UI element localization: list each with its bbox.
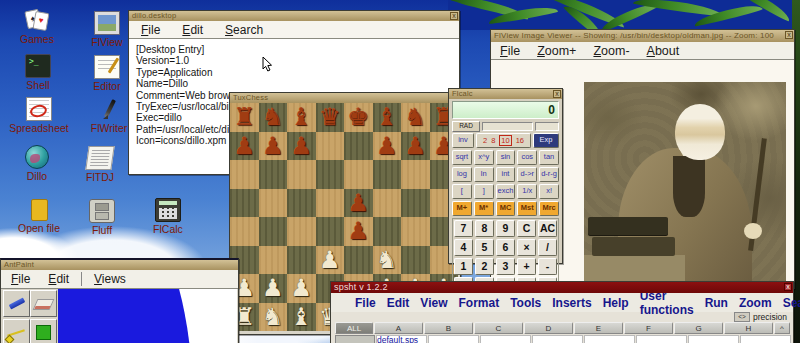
desktop-icon-shell[interactable]: Shell [6, 54, 70, 91]
column-header-d[interactable]: D [524, 322, 573, 334]
calc-radix-selector[interactable]: 281016 [476, 133, 531, 148]
close-icon[interactable]: x [450, 12, 458, 20]
pencil-tool-icon[interactable] [3, 290, 30, 317]
square-g8[interactable]: ♞ [401, 103, 430, 132]
calc-key-m[interactable]: M+ [452, 201, 472, 216]
desktop: Games FlView Shell Editor Spreadsheet Fl… [0, 0, 800, 343]
editor-menubar: FileEditSearch [129, 21, 459, 39]
eraser-tool-icon[interactable] [30, 290, 57, 317]
photo-head [675, 104, 726, 160]
viewer-menubar: FileZoom+Zoom-About [491, 42, 794, 60]
calc-key-sym[interactable]: + [517, 258, 536, 275]
close-icon[interactable]: x [785, 31, 793, 39]
calc-key-7[interactable]: 7 [454, 220, 473, 237]
calc-fn-row-3: []exch1/xx! [452, 184, 559, 199]
calc-key-sym[interactable]: × [517, 239, 536, 256]
square-d7[interactable] [316, 132, 345, 161]
calc-key-int[interactable]: int [496, 167, 516, 182]
square-g7[interactable]: ♟ [401, 132, 430, 161]
calc-key-tan[interactable]: tan [539, 150, 559, 165]
menu-help[interactable]: Help [603, 296, 629, 310]
square-a6[interactable] [230, 160, 259, 189]
icon-label: FlCalc [136, 223, 200, 235]
desktop-icon-flcalc[interactable]: FlCalc [136, 198, 200, 235]
black-rook: ♜ [230, 103, 259, 132]
calc-fn-row-2: loglnintd->rd-r-g [452, 167, 559, 182]
white-pawn: ♟ [287, 274, 316, 303]
calc-key-dr[interactable]: d->r [517, 167, 537, 182]
sheet-toolbar: <> precision [331, 312, 793, 322]
menu-search[interactable]: Search [783, 296, 800, 310]
calculator-window: Flcalc x 0 RAD inv 281016 Exp sqrtx^ysin… [448, 88, 563, 264]
square-f3[interactable]: ♞ [373, 246, 402, 275]
paint-menubar: File Edit Views [1, 270, 238, 289]
desktop-icon-fltdj[interactable]: FlTDJ [68, 146, 132, 183]
editor-titlebar[interactable]: dillo.desktop x [129, 11, 459, 21]
chess-titlebar[interactable]: TuxChess [230, 93, 460, 103]
calc-key-5[interactable]: 5 [475, 239, 494, 256]
menu-file[interactable]: File [355, 296, 376, 310]
square-b4[interactable] [259, 217, 288, 246]
column-header-e[interactable]: E [574, 322, 623, 334]
calc-indicator-strip2 [535, 122, 559, 131]
square-b2[interactable]: ♟ [259, 274, 288, 303]
square-d4[interactable] [316, 217, 345, 246]
square-d3[interactable]: ♟ [316, 246, 345, 275]
paint-canvas[interactable] [58, 289, 237, 343]
column-header-f[interactable]: F [624, 322, 673, 334]
precision-spinner[interactable]: <> [734, 312, 750, 322]
column-header-a[interactable]: A [374, 322, 423, 334]
white-bishop: ♝ [287, 303, 316, 332]
calculator-icon [155, 198, 181, 222]
file-icon [31, 199, 48, 221]
sheet-titlebar[interactable]: spsht v 1.2.2 x [331, 282, 793, 293]
white-pawn: ♟ [316, 246, 345, 275]
menu-view[interactable]: View [420, 296, 447, 310]
newspaper-icon [85, 146, 114, 170]
icon-label: Open file [7, 222, 71, 234]
calc-key-exp[interactable]: Exp [533, 133, 559, 148]
desktop-icon-dillo[interactable]: Dillo [5, 145, 69, 182]
calc-key-mrc[interactable]: Mrc [539, 201, 559, 216]
square-g5[interactable] [401, 189, 430, 218]
mouse-cursor [262, 57, 275, 73]
menu-edit[interactable]: Edit [387, 296, 410, 310]
radix-10[interactable]: 10 [499, 135, 511, 146]
square-f7[interactable]: ♟ [373, 132, 402, 161]
calc-display: 0 [452, 101, 559, 119]
radix-16[interactable]: 16 [516, 136, 524, 145]
black-queen: ♛ [316, 103, 345, 132]
column-header-b[interactable]: B [424, 322, 473, 334]
playing-cards-icon [25, 10, 49, 32]
precision-label: precision [753, 312, 787, 322]
viewer-title: FlView Image Viewer -- Showing: /usr/bin… [494, 31, 774, 40]
desktop-icon-open-file[interactable]: Open file [7, 198, 71, 234]
column-header-all[interactable]: ALL [335, 322, 373, 334]
menu-format[interactable]: Format [458, 296, 499, 310]
square-b3[interactable] [259, 246, 288, 275]
black-pawn: ♟ [401, 132, 430, 161]
square-c8[interactable]: ♝ [287, 103, 316, 132]
black-bishop: ♝ [287, 103, 316, 132]
radix-2[interactable]: 2 [483, 136, 487, 145]
calc-key-9[interactable]: 9 [496, 220, 515, 237]
menu-tools[interactable]: Tools [510, 296, 541, 310]
photo-vest [673, 156, 705, 216]
calc-title: Flcalc [452, 89, 473, 98]
square-d8[interactable]: ♛ [316, 103, 345, 132]
calc-key-log[interactable]: log [452, 167, 472, 182]
menu-views[interactable]: Views [94, 272, 126, 286]
black-pawn: ♟ [287, 132, 316, 161]
calc-key-1x[interactable]: 1/x [517, 184, 537, 199]
photo-books [588, 217, 675, 259]
square-d6[interactable] [316, 160, 345, 189]
sheet-title: spsht v 1.2.2 [334, 282, 388, 292]
menu-edit[interactable]: Edit [182, 23, 203, 37]
black-knight: ♞ [401, 103, 430, 132]
calc-key-3[interactable]: 3 [496, 258, 515, 275]
square-a5[interactable] [230, 189, 259, 218]
spreadsheet-window: spsht v 1.2.2 x FileEditViewFormatToolsI… [330, 281, 794, 343]
editor-title: dillo.desktop [132, 11, 176, 20]
menu-about[interactable]: About [647, 44, 680, 58]
sheet-menubar: FileEditViewFormatToolsInsertsHelpUser f… [331, 293, 793, 312]
calc-key-x[interactable]: x! [539, 184, 559, 199]
square-a4[interactable] [230, 217, 259, 246]
viewer-titlebar[interactable]: FlView Image Viewer -- Showing: /usr/bin… [491, 30, 794, 42]
square-c6[interactable] [287, 160, 316, 189]
square-b6[interactable] [259, 160, 288, 189]
calc-key-ln[interactable]: ln [474, 167, 494, 182]
sheet-row-1: default.sps [331, 335, 793, 343]
square-e4[interactable]: ♟ [344, 217, 373, 246]
black-pawn: ♟ [230, 132, 259, 161]
calc-key-mst[interactable]: Mst [517, 201, 537, 216]
white-pawn: ♟ [259, 274, 288, 303]
square-g3[interactable] [401, 246, 430, 275]
calc-key-6[interactable]: 6 [496, 239, 515, 256]
menu-inserts[interactable]: Inserts [552, 296, 591, 310]
close-icon[interactable]: x [784, 283, 792, 291]
palm-fronds [448, 0, 792, 30]
square-e3[interactable] [344, 246, 373, 275]
calc-key-ac[interactable]: AC [538, 220, 557, 237]
icon-label: Dillo [5, 170, 69, 182]
square-g6[interactable] [401, 160, 430, 189]
square-b7[interactable]: ♟ [259, 132, 288, 161]
black-pawn: ♟ [344, 217, 373, 246]
white-knight: ♞ [373, 246, 402, 275]
calc-key-mc[interactable]: MC [496, 201, 516, 216]
column-header-c[interactable]: C [474, 322, 523, 334]
chess-title: TuxChess [233, 93, 268, 102]
square-f4[interactable] [373, 217, 402, 246]
white-knight: ♞ [259, 303, 288, 332]
calc-key-sym[interactable]: ] [474, 184, 494, 199]
sheet-icon [26, 97, 52, 121]
calc-fn-row-1: sqrtx^ysincostan [452, 150, 559, 165]
menu-search[interactable]: Search [225, 23, 263, 37]
menu-separator [81, 272, 82, 286]
square-c1[interactable]: ♝ [287, 303, 316, 332]
menu-file[interactable]: File [500, 44, 520, 58]
calc-key-sqrt[interactable]: sqrt [452, 150, 472, 165]
calc-key-1[interactable]: 1 [454, 258, 473, 275]
globe-icon [25, 145, 49, 169]
calc-key-xy[interactable]: x^y [474, 150, 494, 165]
picture-icon [94, 11, 120, 35]
polyline-tool-icon[interactable] [3, 319, 30, 343]
column-header-row: ALLABCDEFGH^ [331, 322, 793, 335]
square-f6[interactable] [373, 160, 402, 189]
cell-a1[interactable]: default.sps [376, 335, 427, 343]
square-e8[interactable]: ♚ [344, 103, 373, 132]
photo-hand [744, 223, 762, 239]
calc-key-4[interactable]: 4 [454, 239, 473, 256]
calc-key-inv[interactable]: inv [452, 133, 474, 148]
square-f5[interactable] [373, 189, 402, 218]
terminal-icon [25, 54, 51, 78]
icon-label: FlTDJ [68, 171, 132, 183]
calc-key-8[interactable]: 8 [475, 220, 494, 237]
paint-window: AntPaint File Edit Views [0, 258, 239, 343]
calc-memory-row: M+M*MCMstMrc [452, 201, 559, 216]
menu-zoom-[interactable]: Zoom+ [537, 44, 576, 58]
notepad-icon [94, 55, 120, 79]
square-c2[interactable]: ♟ [287, 274, 316, 303]
icon-label: Games [5, 33, 69, 45]
calc-key-m[interactable]: M* [474, 201, 494, 216]
radix-8[interactable]: 8 [491, 136, 495, 145]
calc-key-sym[interactable]: - [538, 258, 557, 275]
square-f8[interactable]: ♝ [373, 103, 402, 132]
desktop-icon-games[interactable]: Games [5, 10, 69, 45]
photo-stone [584, 255, 685, 283]
calc-key-2[interactable]: 2 [475, 258, 494, 275]
square-c5[interactable] [287, 189, 316, 218]
square-b5[interactable] [259, 189, 288, 218]
menu-zoom[interactable]: Zoom [739, 296, 772, 310]
blue-circle-drawing [58, 289, 192, 343]
square-g4[interactable] [401, 217, 430, 246]
square-c4[interactable] [287, 217, 316, 246]
square-c3[interactable] [287, 246, 316, 275]
paint-title: AntPaint [4, 260, 34, 269]
pen-icon [97, 99, 121, 121]
desktop-icon-fluff[interactable]: Fluff [70, 199, 134, 236]
black-bishop: ♝ [373, 103, 402, 132]
square-b8[interactable]: ♞ [259, 103, 288, 132]
calc-indicator-strip [482, 122, 533, 131]
black-pawn: ♟ [344, 189, 373, 218]
black-pawn: ♟ [373, 132, 402, 161]
calc-key-drg[interactable]: d-r-g [539, 167, 559, 182]
calc-key-sin[interactable]: sin [496, 150, 516, 165]
calc-key-sym[interactable]: / [538, 239, 557, 256]
icon-label: Spreadsheet [7, 122, 71, 134]
black-knight: ♞ [259, 103, 288, 132]
square-e6[interactable] [344, 160, 373, 189]
icon-label: Fluff [70, 224, 134, 236]
close-icon[interactable]: x [553, 90, 561, 98]
row-header[interactable] [335, 335, 375, 343]
menu-file[interactable]: File [11, 272, 30, 286]
calc-key-sym[interactable]: [ [452, 184, 472, 199]
menu-zoom-[interactable]: Zoom- [593, 44, 629, 58]
menu-edit[interactable]: Edit [48, 272, 69, 286]
menu-file[interactable]: File [141, 23, 160, 37]
square-e7[interactable] [344, 132, 373, 161]
desktop-icon-spreadsheet[interactable]: Spreadsheet [7, 97, 71, 134]
rad-mode-button[interactable]: RAD [452, 121, 480, 132]
scroll-up-icon[interactable]: ^ [774, 322, 790, 334]
square-a8[interactable]: ♜ [230, 103, 259, 132]
calc-key-c[interactable]: C [517, 220, 536, 237]
black-king: ♚ [344, 103, 373, 132]
square-b1[interactable]: ♞ [259, 303, 288, 332]
cabinet-icon [89, 199, 115, 223]
paint-titlebar[interactable]: AntPaint [1, 260, 238, 270]
square-d5[interactable] [316, 189, 345, 218]
square-e5[interactable]: ♟ [344, 189, 373, 218]
column-header-h[interactable]: H [724, 322, 773, 334]
column-header-g[interactable]: G [674, 322, 723, 334]
oldman-photo [584, 82, 786, 283]
square-c7[interactable]: ♟ [287, 132, 316, 161]
paint-toolbar [3, 290, 57, 343]
calc-titlebar[interactable]: Flcalc x [449, 89, 562, 99]
icon-label: Shell [6, 79, 70, 91]
calc-key-exch[interactable]: exch [496, 184, 516, 199]
square-a7[interactable]: ♟ [230, 132, 259, 161]
menu-run[interactable]: Run [705, 296, 728, 310]
calc-key-cos[interactable]: cos [517, 150, 537, 165]
filled-rect-tool-icon[interactable] [30, 319, 57, 343]
black-pawn: ♟ [259, 132, 288, 161]
